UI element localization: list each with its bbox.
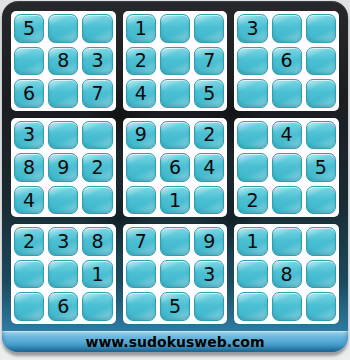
cell-r7c8 <box>272 227 302 256</box>
cell-r7c9 <box>306 227 336 256</box>
given-digit: 5 <box>23 19 35 38</box>
cell-r8c7 <box>237 260 267 289</box>
cell-r9c8 <box>272 292 302 321</box>
box-8: 7935 <box>123 224 228 324</box>
cell-r8c6: 3 <box>194 260 224 289</box>
cell-r2c2: 8 <box>48 47 78 76</box>
given-digit: 4 <box>281 125 293 144</box>
given-digit: 7 <box>203 51 215 70</box>
cell-r4c5 <box>160 121 190 150</box>
cell-r6c5: 1 <box>160 186 190 215</box>
puzzle-frame: 583671274536389249264145223816793518 www… <box>2 1 348 352</box>
given-digit: 3 <box>57 232 69 251</box>
cell-r6c2 <box>48 186 78 215</box>
given-digit: 2 <box>92 158 104 177</box>
cell-r4c3 <box>82 121 112 150</box>
cell-r3c6: 5 <box>194 79 224 108</box>
cell-r1c5 <box>160 14 190 43</box>
cell-r5c4 <box>126 153 156 182</box>
cell-r1c4: 1 <box>126 14 156 43</box>
given-digit: 6 <box>281 51 293 70</box>
cell-r2c4: 2 <box>126 47 156 76</box>
box-7: 23816 <box>11 224 116 324</box>
cell-r2c5 <box>160 47 190 76</box>
cell-r8c9 <box>306 260 336 289</box>
cell-r5c8 <box>272 153 302 182</box>
cell-r4c7 <box>237 121 267 150</box>
cell-r5c7 <box>237 153 267 182</box>
box-1: 58367 <box>11 11 116 111</box>
cell-r7c3: 8 <box>82 227 112 256</box>
cell-r2c1 <box>14 47 44 76</box>
website-url: www.sudokusweb.com <box>85 334 264 350</box>
cell-r1c2 <box>48 14 78 43</box>
cell-r3c3: 7 <box>82 79 112 108</box>
given-digit: 5 <box>169 297 181 316</box>
cell-r9c2: 6 <box>48 292 78 321</box>
cell-r8c5 <box>160 260 190 289</box>
cell-r1c8 <box>272 14 302 43</box>
cell-r8c3: 1 <box>82 260 112 289</box>
given-digit: 8 <box>281 265 293 284</box>
given-digit: 9 <box>203 232 215 251</box>
given-digit: 7 <box>92 84 104 103</box>
box-4: 38924 <box>11 118 116 218</box>
cell-r2c7 <box>237 47 267 76</box>
cell-r6c4 <box>126 186 156 215</box>
given-digit: 3 <box>23 125 35 144</box>
cell-r4c6: 2 <box>194 121 224 150</box>
cell-r3c7 <box>237 79 267 108</box>
cell-r6c8 <box>272 186 302 215</box>
given-digit: 4 <box>203 158 215 177</box>
cell-r7c4: 7 <box>126 227 156 256</box>
footer-bar: www.sudokusweb.com <box>2 331 348 352</box>
sudoku-board: 583671274536389249264145223816793518 <box>11 11 339 324</box>
given-digit: 3 <box>203 265 215 284</box>
box-6: 452 <box>234 118 339 218</box>
cell-r7c2: 3 <box>48 227 78 256</box>
cell-r5c1: 8 <box>14 153 44 182</box>
given-digit: 6 <box>169 158 181 177</box>
box-9: 18 <box>234 224 339 324</box>
box-3: 36 <box>234 11 339 111</box>
cell-r3c9 <box>306 79 336 108</box>
cell-r3c2 <box>48 79 78 108</box>
cell-r3c8 <box>272 79 302 108</box>
cell-r4c1: 3 <box>14 121 44 150</box>
cell-r1c7: 3 <box>237 14 267 43</box>
cell-r9c1 <box>14 292 44 321</box>
given-digit: 6 <box>57 297 69 316</box>
given-digit: 3 <box>92 51 104 70</box>
given-digit: 2 <box>23 232 35 251</box>
given-digit: 9 <box>135 125 147 144</box>
cell-r4c4: 9 <box>126 121 156 150</box>
cell-r4c2 <box>48 121 78 150</box>
cell-r4c8: 4 <box>272 121 302 150</box>
given-digit: 1 <box>169 191 181 210</box>
cell-r5c2: 9 <box>48 153 78 182</box>
cell-r7c1: 2 <box>14 227 44 256</box>
cell-r1c9 <box>306 14 336 43</box>
given-digit: 7 <box>135 232 147 251</box>
cell-r8c1 <box>14 260 44 289</box>
cell-r2c9 <box>306 47 336 76</box>
cell-r1c1: 5 <box>14 14 44 43</box>
cell-r6c7: 2 <box>237 186 267 215</box>
cell-r1c3 <box>82 14 112 43</box>
given-digit: 5 <box>315 158 327 177</box>
given-digit: 8 <box>23 158 35 177</box>
given-digit: 2 <box>246 191 258 210</box>
cell-r1c6 <box>194 14 224 43</box>
cell-r6c9 <box>306 186 336 215</box>
cell-r6c1: 4 <box>14 186 44 215</box>
cell-r6c3 <box>82 186 112 215</box>
given-digit: 2 <box>135 51 147 70</box>
cell-r9c9 <box>306 292 336 321</box>
cell-r3c4: 4 <box>126 79 156 108</box>
cell-r5c9: 5 <box>306 153 336 182</box>
box-2: 12745 <box>123 11 228 111</box>
cell-r7c5 <box>160 227 190 256</box>
cell-r9c5: 5 <box>160 292 190 321</box>
given-digit: 1 <box>246 232 258 251</box>
cell-r5c5: 6 <box>160 153 190 182</box>
cell-r4c9 <box>306 121 336 150</box>
box-5: 92641 <box>123 118 228 218</box>
given-digit: 4 <box>135 84 147 103</box>
given-digit: 9 <box>57 158 69 177</box>
cell-r7c7: 1 <box>237 227 267 256</box>
given-digit: 1 <box>92 265 104 284</box>
cell-r3c1: 6 <box>14 79 44 108</box>
given-digit: 8 <box>57 51 69 70</box>
cell-r9c3 <box>82 292 112 321</box>
given-digit: 8 <box>92 232 104 251</box>
cell-r9c6 <box>194 292 224 321</box>
cell-r9c7 <box>237 292 267 321</box>
cell-r8c8: 8 <box>272 260 302 289</box>
given-digit: 4 <box>23 191 35 210</box>
given-digit: 5 <box>203 84 215 103</box>
cell-r9c4 <box>126 292 156 321</box>
given-digit: 3 <box>246 19 258 38</box>
cell-r6c6 <box>194 186 224 215</box>
cell-r2c3: 3 <box>82 47 112 76</box>
given-digit: 2 <box>203 125 215 144</box>
cell-r2c6: 7 <box>194 47 224 76</box>
cell-r5c3: 2 <box>82 153 112 182</box>
given-digit: 1 <box>135 19 147 38</box>
cell-r3c5 <box>160 79 190 108</box>
cell-r7c6: 9 <box>194 227 224 256</box>
cell-r8c4 <box>126 260 156 289</box>
cell-r2c8: 6 <box>272 47 302 76</box>
cell-r8c2 <box>48 260 78 289</box>
given-digit: 6 <box>23 84 35 103</box>
cell-r5c6: 4 <box>194 153 224 182</box>
